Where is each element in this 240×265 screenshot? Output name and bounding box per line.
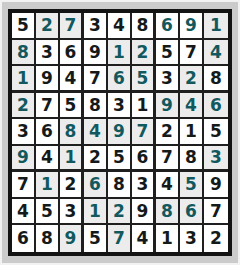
cell-r3c7[interactable]: 3 <box>156 66 180 93</box>
cell-r3c9[interactable]: 8 <box>204 66 228 93</box>
cell-r8c7[interactable]: 8 <box>156 199 180 226</box>
cell-r9c1[interactable]: 6 <box>12 225 36 252</box>
cell-r5c5[interactable]: 9 <box>108 119 132 146</box>
cell-r6c7[interactable]: 7 <box>156 146 180 173</box>
cell-r9c8[interactable]: 3 <box>180 225 204 252</box>
cell-r2c7[interactable]: 5 <box>156 40 180 67</box>
cell-r5c6[interactable]: 7 <box>132 119 156 146</box>
cell-r4c7[interactable]: 9 <box>156 93 180 120</box>
cell-r5c1[interactable]: 3 <box>12 119 36 146</box>
cell-r5c3[interactable]: 8 <box>60 119 84 146</box>
cell-r3c2[interactable]: 9 <box>36 66 60 93</box>
cell-r8c6[interactable]: 9 <box>132 199 156 226</box>
cell-r1c2[interactable]: 2 <box>36 13 60 40</box>
cell-r2c9[interactable]: 4 <box>204 40 228 67</box>
cell-r7c5[interactable]: 8 <box>108 172 132 199</box>
cell-r9c6[interactable]: 4 <box>132 225 156 252</box>
cell-r7c4[interactable]: 6 <box>84 172 108 199</box>
cell-r7c3[interactable]: 2 <box>60 172 84 199</box>
cell-r3c1[interactable]: 1 <box>12 66 36 93</box>
sudoku-app-window: 5273486918369125741947653282758319463684… <box>0 0 240 265</box>
cell-r9c7[interactable]: 1 <box>156 225 180 252</box>
cell-r1c8[interactable]: 9 <box>180 13 204 40</box>
cell-r4c2[interactable]: 7 <box>36 93 60 120</box>
cell-r5c2[interactable]: 6 <box>36 119 60 146</box>
cell-r7c7[interactable]: 4 <box>156 172 180 199</box>
cell-r8c3[interactable]: 3 <box>60 199 84 226</box>
cell-r4c1[interactable]: 2 <box>12 93 36 120</box>
cell-r4c3[interactable]: 5 <box>60 93 84 120</box>
cell-r3c4[interactable]: 7 <box>84 66 108 93</box>
cell-r7c6[interactable]: 3 <box>132 172 156 199</box>
cell-r1c3[interactable]: 7 <box>60 13 84 40</box>
cell-r6c6[interactable]: 6 <box>132 146 156 173</box>
cell-r1c6[interactable]: 8 <box>132 13 156 40</box>
cell-r3c8[interactable]: 2 <box>180 66 204 93</box>
cell-r1c9[interactable]: 1 <box>204 13 228 40</box>
cell-r2c1[interactable]: 8 <box>12 40 36 67</box>
cell-r2c6[interactable]: 2 <box>132 40 156 67</box>
cell-r5c9[interactable]: 5 <box>204 119 228 146</box>
cell-r6c1[interactable]: 9 <box>12 146 36 173</box>
cell-r5c7[interactable]: 2 <box>156 119 180 146</box>
cell-r5c8[interactable]: 1 <box>180 119 204 146</box>
cell-r4c4[interactable]: 8 <box>84 93 108 120</box>
cell-r3c3[interactable]: 4 <box>60 66 84 93</box>
cell-r6c3[interactable]: 1 <box>60 146 84 173</box>
cell-r8c8[interactable]: 6 <box>180 199 204 226</box>
cell-r9c3[interactable]: 9 <box>60 225 84 252</box>
cell-r1c1[interactable]: 5 <box>12 13 36 40</box>
cell-r2c2[interactable]: 3 <box>36 40 60 67</box>
cell-r6c9[interactable]: 3 <box>204 146 228 173</box>
cell-r4c5[interactable]: 3 <box>108 93 132 120</box>
cell-r4c9[interactable]: 6 <box>204 93 228 120</box>
cell-r2c5[interactable]: 1 <box>108 40 132 67</box>
cell-r3c5[interactable]: 6 <box>108 66 132 93</box>
cell-r8c1[interactable]: 4 <box>12 199 36 226</box>
cell-r6c4[interactable]: 2 <box>84 146 108 173</box>
cell-r6c5[interactable]: 5 <box>108 146 132 173</box>
cell-r3c6[interactable]: 5 <box>132 66 156 93</box>
cell-r9c5[interactable]: 7 <box>108 225 132 252</box>
cell-r4c6[interactable]: 1 <box>132 93 156 120</box>
cell-r7c2[interactable]: 1 <box>36 172 60 199</box>
cell-r2c8[interactable]: 7 <box>180 40 204 67</box>
cell-r4c8[interactable]: 4 <box>180 93 204 120</box>
cell-r9c2[interactable]: 8 <box>36 225 60 252</box>
cell-r9c9[interactable]: 2 <box>204 225 228 252</box>
cell-r7c9[interactable]: 9 <box>204 172 228 199</box>
cell-r8c2[interactable]: 5 <box>36 199 60 226</box>
cell-r6c2[interactable]: 4 <box>36 146 60 173</box>
cell-r5c4[interactable]: 4 <box>84 119 108 146</box>
sudoku-board: 5273486918369125741947653282758319463684… <box>8 9 232 256</box>
cell-r8c9[interactable]: 7 <box>204 199 228 226</box>
cell-r1c4[interactable]: 3 <box>84 13 108 40</box>
cell-r7c1[interactable]: 7 <box>12 172 36 199</box>
cell-r1c5[interactable]: 4 <box>108 13 132 40</box>
cell-r9c4[interactable]: 5 <box>84 225 108 252</box>
cell-r2c4[interactable]: 9 <box>84 40 108 67</box>
cell-r2c3[interactable]: 6 <box>60 40 84 67</box>
cell-r7c8[interactable]: 5 <box>180 172 204 199</box>
cell-r1c7[interactable]: 6 <box>156 13 180 40</box>
cell-r8c4[interactable]: 1 <box>84 199 108 226</box>
cell-r8c5[interactable]: 2 <box>108 199 132 226</box>
cell-r6c8[interactable]: 8 <box>180 146 204 173</box>
